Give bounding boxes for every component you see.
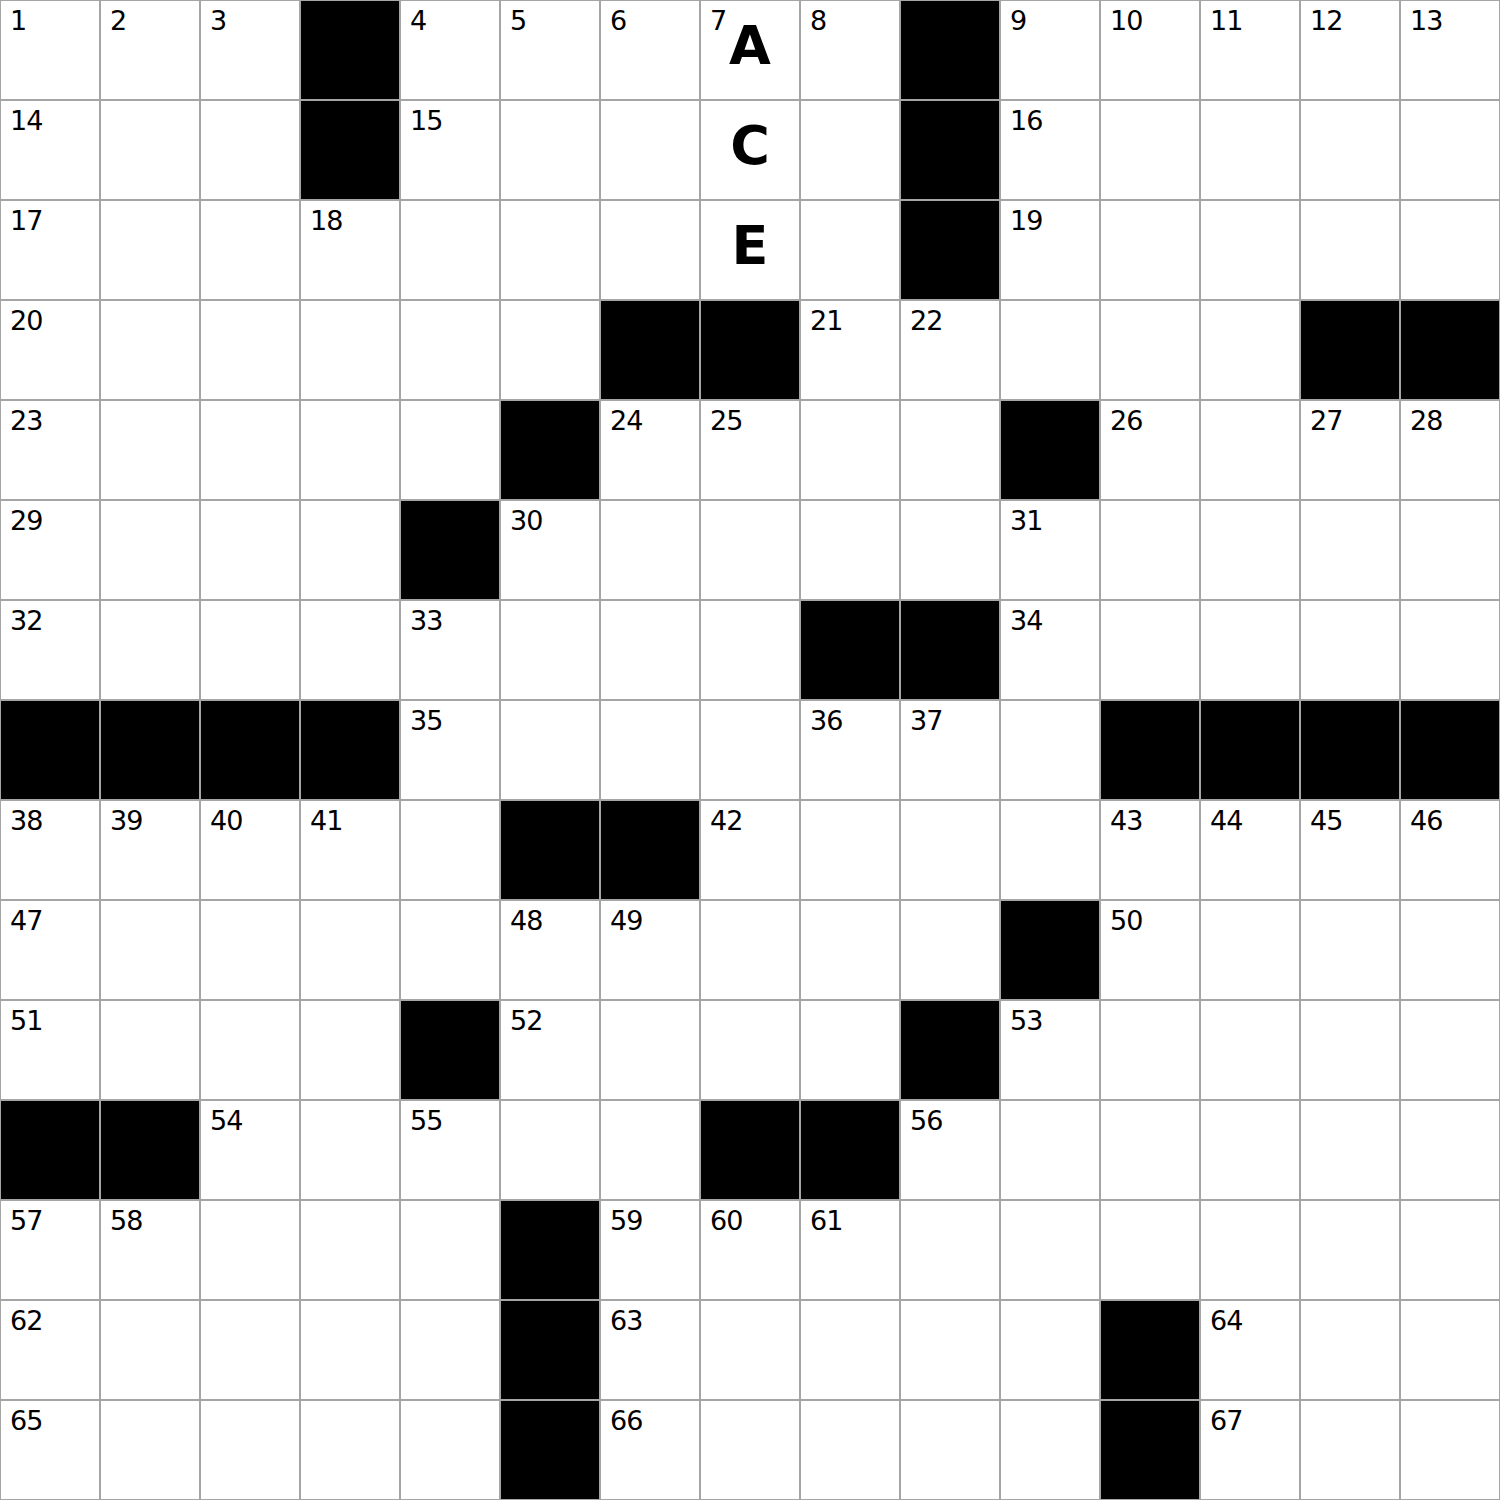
clue-number: 16 bbox=[1010, 106, 1042, 136]
cell-r7c3[interactable] bbox=[200, 600, 300, 700]
black-cell-r11c10 bbox=[900, 1000, 1000, 1100]
clue-number: 17 bbox=[10, 206, 42, 236]
cell-r6c1[interactable]: 29 bbox=[0, 500, 100, 600]
clue-number: 40 bbox=[210, 806, 242, 836]
cell-r3c2[interactable] bbox=[100, 200, 200, 300]
cell-r8c7[interactable] bbox=[600, 700, 700, 800]
cell-r8c5[interactable]: 35 bbox=[400, 700, 500, 800]
cell-r14c11[interactable] bbox=[1000, 1300, 1100, 1400]
cell-r7c12[interactable] bbox=[1100, 600, 1200, 700]
cell-r11c15[interactable] bbox=[1400, 1000, 1500, 1100]
cell-r15c10[interactable] bbox=[900, 1400, 1000, 1500]
cell-r12c5[interactable]: 55 bbox=[400, 1100, 500, 1200]
cell-r1c15[interactable]: 13 bbox=[1400, 0, 1500, 100]
cell-r2c12[interactable] bbox=[1100, 100, 1200, 200]
cell-r4c5[interactable] bbox=[400, 300, 500, 400]
cell-r2c6[interactable] bbox=[500, 100, 600, 200]
cell-r6c8[interactable] bbox=[700, 500, 800, 600]
black-cell-r8c2 bbox=[100, 700, 200, 800]
cell-r9c14[interactable]: 45 bbox=[1300, 800, 1400, 900]
clue-number: 55 bbox=[410, 1106, 442, 1136]
clue-number: 60 bbox=[710, 1206, 742, 1236]
cell-r10c5[interactable] bbox=[400, 900, 500, 1000]
cell-r7c14[interactable] bbox=[1300, 600, 1400, 700]
cell-r12c10[interactable]: 56 bbox=[900, 1100, 1000, 1200]
filled-letter: A bbox=[701, 1, 799, 99]
cell-r6c10[interactable] bbox=[900, 500, 1000, 600]
black-cell-r8c12 bbox=[1100, 700, 1200, 800]
cell-r6c9[interactable] bbox=[800, 500, 900, 600]
clue-number: 47 bbox=[10, 906, 42, 936]
black-cell-r8c4 bbox=[300, 700, 400, 800]
cell-r15c2[interactable] bbox=[100, 1400, 200, 1500]
cell-r13c2[interactable]: 58 bbox=[100, 1200, 200, 1300]
cell-r15c1[interactable]: 65 bbox=[0, 1400, 100, 1500]
black-cell-r8c3 bbox=[200, 700, 300, 800]
cell-r7c6[interactable] bbox=[500, 600, 600, 700]
cell-r9c11[interactable] bbox=[1000, 800, 1100, 900]
cell-r3c4[interactable]: 18 bbox=[300, 200, 400, 300]
cell-r3c8[interactable]: E bbox=[700, 200, 800, 300]
clue-number: 34 bbox=[1010, 606, 1042, 636]
cell-r1c1[interactable]: 1 bbox=[0, 0, 100, 100]
cell-r5c4[interactable] bbox=[300, 400, 400, 500]
cell-r11c14[interactable] bbox=[1300, 1000, 1400, 1100]
clue-number: 5 bbox=[510, 6, 526, 36]
clue-number: 43 bbox=[1110, 806, 1142, 836]
black-cell-r4c7 bbox=[600, 300, 700, 400]
cell-r7c13[interactable] bbox=[1200, 600, 1300, 700]
cell-r9c15[interactable]: 46 bbox=[1400, 800, 1500, 900]
cell-r4c12[interactable] bbox=[1100, 300, 1200, 400]
black-cell-r6c5 bbox=[400, 500, 500, 600]
cell-r10c4[interactable] bbox=[300, 900, 400, 1000]
clue-number: 3 bbox=[210, 6, 226, 36]
clue-number: 35 bbox=[410, 706, 442, 736]
cell-r10c9[interactable] bbox=[800, 900, 900, 1000]
cell-r11c11[interactable]: 53 bbox=[1000, 1000, 1100, 1100]
cell-r9c1[interactable]: 38 bbox=[0, 800, 100, 900]
cell-r2c7[interactable] bbox=[600, 100, 700, 200]
cell-r9c5[interactable] bbox=[400, 800, 500, 900]
clue-number: 2 bbox=[110, 6, 126, 36]
clue-number: 8 bbox=[810, 6, 826, 36]
clue-number: 32 bbox=[10, 606, 42, 636]
clue-number: 50 bbox=[1110, 906, 1142, 936]
cell-r5c7[interactable]: 24 bbox=[600, 400, 700, 500]
cell-r4c4[interactable] bbox=[300, 300, 400, 400]
cell-r5c1[interactable]: 23 bbox=[0, 400, 100, 500]
black-cell-r12c8 bbox=[700, 1100, 800, 1200]
black-cell-r10c11 bbox=[1000, 900, 1100, 1000]
cell-r15c5[interactable] bbox=[400, 1400, 500, 1500]
clue-number: 27 bbox=[1310, 406, 1342, 436]
cell-r11c13[interactable] bbox=[1200, 1000, 1300, 1100]
cell-r13c13[interactable] bbox=[1200, 1200, 1300, 1300]
cell-r15c9[interactable] bbox=[800, 1400, 900, 1500]
cell-r13c14[interactable] bbox=[1300, 1200, 1400, 1300]
cell-r14c8[interactable] bbox=[700, 1300, 800, 1400]
clue-number: 15 bbox=[410, 106, 442, 136]
cell-r12c3[interactable]: 54 bbox=[200, 1100, 300, 1200]
cell-r7c5[interactable]: 33 bbox=[400, 600, 500, 700]
cell-r4c1[interactable]: 20 bbox=[0, 300, 100, 400]
clue-number: 4 bbox=[410, 6, 426, 36]
cell-r13c8[interactable]: 60 bbox=[700, 1200, 800, 1300]
cell-r15c4[interactable] bbox=[300, 1400, 400, 1500]
cell-r13c3[interactable] bbox=[200, 1200, 300, 1300]
black-cell-r9c6 bbox=[500, 800, 600, 900]
cell-r9c2[interactable]: 39 bbox=[100, 800, 200, 900]
crossword-grid: 1234567A89101112131415C161718E1920212223… bbox=[0, 0, 1500, 1500]
cell-r14c14[interactable] bbox=[1300, 1300, 1400, 1400]
clue-number: 12 bbox=[1310, 6, 1342, 36]
cell-r1c11[interactable]: 9 bbox=[1000, 0, 1100, 100]
cell-r7c1[interactable]: 32 bbox=[0, 600, 100, 700]
black-cell-r5c11 bbox=[1000, 400, 1100, 500]
cell-r13c4[interactable] bbox=[300, 1200, 400, 1300]
cell-r10c6[interactable]: 48 bbox=[500, 900, 600, 1000]
cell-r9c10[interactable] bbox=[900, 800, 1000, 900]
clue-number: 9 bbox=[1010, 6, 1026, 36]
cell-r15c14[interactable] bbox=[1300, 1400, 1400, 1500]
clue-number: 58 bbox=[110, 1206, 142, 1236]
clue-number: 26 bbox=[1110, 406, 1142, 436]
cell-r2c14[interactable] bbox=[1300, 100, 1400, 200]
black-cell-r8c15 bbox=[1400, 700, 1500, 800]
cell-r8c6[interactable] bbox=[500, 700, 600, 800]
cell-r13c7[interactable]: 59 bbox=[600, 1200, 700, 1300]
clue-number: 13 bbox=[1410, 6, 1442, 36]
cell-r10c15[interactable] bbox=[1400, 900, 1500, 1000]
black-cell-r7c9 bbox=[800, 600, 900, 700]
cell-r1c5[interactable]: 4 bbox=[400, 0, 500, 100]
cell-r3c14[interactable] bbox=[1300, 200, 1400, 300]
clue-number: 46 bbox=[1410, 806, 1442, 836]
black-cell-r14c6 bbox=[500, 1300, 600, 1400]
black-cell-r12c9 bbox=[800, 1100, 900, 1200]
cell-r11c7[interactable] bbox=[600, 1000, 700, 1100]
clue-number: 21 bbox=[810, 306, 842, 336]
clue-number: 39 bbox=[110, 806, 142, 836]
clue-number: 23 bbox=[10, 406, 42, 436]
cell-r6c3[interactable] bbox=[200, 500, 300, 600]
cell-r2c11[interactable]: 16 bbox=[1000, 100, 1100, 200]
cell-r12c7[interactable] bbox=[600, 1100, 700, 1200]
cell-r3c11[interactable]: 19 bbox=[1000, 200, 1100, 300]
cell-r10c3[interactable] bbox=[200, 900, 300, 1000]
clue-number: 45 bbox=[1310, 806, 1342, 836]
cell-r6c6[interactable]: 30 bbox=[500, 500, 600, 600]
cell-r12c15[interactable] bbox=[1400, 1100, 1500, 1200]
cell-r1c3[interactable]: 3 bbox=[200, 0, 300, 100]
cell-r12c4[interactable] bbox=[300, 1100, 400, 1200]
cell-r14c9[interactable] bbox=[800, 1300, 900, 1400]
cell-r13c1[interactable]: 57 bbox=[0, 1200, 100, 1300]
cell-r3c6[interactable] bbox=[500, 200, 600, 300]
cell-r2c13[interactable] bbox=[1200, 100, 1300, 200]
black-cell-r11c5 bbox=[400, 1000, 500, 1100]
clue-number: 6 bbox=[610, 6, 626, 36]
cell-r15c13[interactable]: 67 bbox=[1200, 1400, 1300, 1500]
cell-r3c12[interactable] bbox=[1100, 200, 1200, 300]
clue-number: 33 bbox=[410, 606, 442, 636]
cell-r15c3[interactable] bbox=[200, 1400, 300, 1500]
clue-number: 56 bbox=[910, 1106, 942, 1136]
cell-r1c9[interactable]: 8 bbox=[800, 0, 900, 100]
clue-number: 31 bbox=[1010, 506, 1042, 536]
clue-number: 19 bbox=[1010, 206, 1042, 236]
clue-number: 44 bbox=[1210, 806, 1242, 836]
cell-r5c14[interactable]: 27 bbox=[1300, 400, 1400, 500]
clue-number: 37 bbox=[910, 706, 942, 736]
cell-r13c15[interactable] bbox=[1400, 1200, 1500, 1300]
clue-number: 38 bbox=[10, 806, 42, 836]
cell-r6c15[interactable] bbox=[1400, 500, 1500, 600]
cell-r14c13[interactable]: 64 bbox=[1200, 1300, 1300, 1400]
cell-r13c9[interactable]: 61 bbox=[800, 1200, 900, 1300]
cell-r10c2[interactable] bbox=[100, 900, 200, 1000]
cell-r14c15[interactable] bbox=[1400, 1300, 1500, 1400]
cell-r5c13[interactable] bbox=[1200, 400, 1300, 500]
cell-r5c3[interactable] bbox=[200, 400, 300, 500]
clue-number: 66 bbox=[610, 1406, 642, 1436]
cell-r2c9[interactable] bbox=[800, 100, 900, 200]
cell-r5c5[interactable] bbox=[400, 400, 500, 500]
clue-number: 52 bbox=[510, 1006, 542, 1036]
clue-number: 28 bbox=[1410, 406, 1442, 436]
clue-number: 1 bbox=[10, 6, 26, 36]
black-cell-r3c10 bbox=[900, 200, 1000, 300]
black-cell-r14c12 bbox=[1100, 1300, 1200, 1400]
cell-r12c14[interactable] bbox=[1300, 1100, 1400, 1200]
cell-r15c15[interactable] bbox=[1400, 1400, 1500, 1500]
cell-r2c8[interactable]: C bbox=[700, 100, 800, 200]
cell-r3c15[interactable] bbox=[1400, 200, 1500, 300]
cell-r1c8[interactable]: 7A bbox=[700, 0, 800, 100]
cell-r2c2[interactable] bbox=[100, 100, 200, 200]
black-cell-r1c4 bbox=[300, 0, 400, 100]
clue-number: 48 bbox=[510, 906, 542, 936]
clue-number: 49 bbox=[610, 906, 642, 936]
cell-r10c1[interactable]: 47 bbox=[0, 900, 100, 1000]
cell-r4c2[interactable] bbox=[100, 300, 200, 400]
clue-number: 63 bbox=[610, 1306, 642, 1336]
cell-r7c7[interactable] bbox=[600, 600, 700, 700]
cell-r13c5[interactable] bbox=[400, 1200, 500, 1300]
cell-r12c12[interactable] bbox=[1100, 1100, 1200, 1200]
cell-r15c7[interactable]: 66 bbox=[600, 1400, 700, 1500]
cell-r12c11[interactable] bbox=[1000, 1100, 1100, 1200]
cell-r15c11[interactable] bbox=[1000, 1400, 1100, 1500]
cell-r14c5[interactable] bbox=[400, 1300, 500, 1400]
clue-number: 67 bbox=[1210, 1406, 1242, 1436]
cell-r7c4[interactable] bbox=[300, 600, 400, 700]
black-cell-r1c10 bbox=[900, 0, 1000, 100]
cell-r8c9[interactable]: 36 bbox=[800, 700, 900, 800]
black-cell-r8c13 bbox=[1200, 700, 1300, 800]
cell-r1c2[interactable]: 2 bbox=[100, 0, 200, 100]
cell-r14c7[interactable]: 63 bbox=[600, 1300, 700, 1400]
cell-r10c8[interactable] bbox=[700, 900, 800, 1000]
cell-r9c8[interactable]: 42 bbox=[700, 800, 800, 900]
cell-r4c6[interactable] bbox=[500, 300, 600, 400]
cell-r5c2[interactable] bbox=[100, 400, 200, 500]
cell-r1c12[interactable]: 10 bbox=[1100, 0, 1200, 100]
cell-r13c10[interactable] bbox=[900, 1200, 1000, 1300]
filled-letter: E bbox=[701, 201, 799, 299]
cell-r6c2[interactable] bbox=[100, 500, 200, 600]
black-cell-r2c10 bbox=[900, 100, 1000, 200]
clue-number: 59 bbox=[610, 1206, 642, 1236]
clue-number: 57 bbox=[10, 1206, 42, 1236]
cell-r5c8[interactable]: 25 bbox=[700, 400, 800, 500]
cell-r1c14[interactable]: 12 bbox=[1300, 0, 1400, 100]
clue-number: 61 bbox=[810, 1206, 842, 1236]
cell-r12c13[interactable] bbox=[1200, 1100, 1300, 1200]
cell-r8c11[interactable] bbox=[1000, 700, 1100, 800]
cell-r10c7[interactable]: 49 bbox=[600, 900, 700, 1000]
cell-r13c12[interactable] bbox=[1100, 1200, 1200, 1300]
filled-letter: C bbox=[701, 101, 799, 199]
cell-r8c10[interactable]: 37 bbox=[900, 700, 1000, 800]
clue-number: 65 bbox=[10, 1406, 42, 1436]
cell-r5c12[interactable]: 26 bbox=[1100, 400, 1200, 500]
black-cell-r2c4 bbox=[300, 100, 400, 200]
clue-number: 30 bbox=[510, 506, 542, 536]
black-cell-r8c1 bbox=[0, 700, 100, 800]
cell-r5c15[interactable]: 28 bbox=[1400, 400, 1500, 500]
cell-r2c3[interactable] bbox=[200, 100, 300, 200]
black-cell-r15c6 bbox=[500, 1400, 600, 1500]
cell-r8c8[interactable] bbox=[700, 700, 800, 800]
cell-r11c12[interactable] bbox=[1100, 1000, 1200, 1100]
clue-number: 11 bbox=[1210, 6, 1242, 36]
cell-r9c3[interactable]: 40 bbox=[200, 800, 300, 900]
cell-r2c5[interactable]: 15 bbox=[400, 100, 500, 200]
black-cell-r8c14 bbox=[1300, 700, 1400, 800]
black-cell-r12c1 bbox=[0, 1100, 100, 1200]
cell-r11c4[interactable] bbox=[300, 1000, 400, 1100]
cell-r10c12[interactable]: 50 bbox=[1100, 900, 1200, 1000]
cell-r11c9[interactable] bbox=[800, 1000, 900, 1100]
cell-r7c8[interactable] bbox=[700, 600, 800, 700]
cell-r3c5[interactable] bbox=[400, 200, 500, 300]
cell-r7c15[interactable] bbox=[1400, 600, 1500, 700]
clue-number: 42 bbox=[710, 806, 742, 836]
cell-r14c2[interactable] bbox=[100, 1300, 200, 1400]
black-cell-r12c2 bbox=[100, 1100, 200, 1200]
cell-r2c15[interactable] bbox=[1400, 100, 1500, 200]
clue-number: 51 bbox=[10, 1006, 42, 1036]
cell-r4c3[interactable] bbox=[200, 300, 300, 400]
clue-number: 24 bbox=[610, 406, 642, 436]
cell-r14c1[interactable]: 62 bbox=[0, 1300, 100, 1400]
cell-r14c3[interactable] bbox=[200, 1300, 300, 1400]
cell-r15c8[interactable] bbox=[700, 1400, 800, 1500]
cell-r7c11[interactable]: 34 bbox=[1000, 600, 1100, 700]
cell-r3c9[interactable] bbox=[800, 200, 900, 300]
cell-r6c12[interactable] bbox=[1100, 500, 1200, 600]
cell-r4c10[interactable]: 22 bbox=[900, 300, 1000, 400]
black-cell-r4c8 bbox=[700, 300, 800, 400]
clue-number: 53 bbox=[1010, 1006, 1042, 1036]
cell-r6c11[interactable]: 31 bbox=[1000, 500, 1100, 600]
cell-r6c13[interactable] bbox=[1200, 500, 1300, 600]
cell-r9c9[interactable] bbox=[800, 800, 900, 900]
clue-number: 25 bbox=[710, 406, 742, 436]
cell-r6c14[interactable] bbox=[1300, 500, 1400, 600]
cell-r4c11[interactable] bbox=[1000, 300, 1100, 400]
cell-r4c13[interactable] bbox=[1200, 300, 1300, 400]
cell-r3c13[interactable] bbox=[1200, 200, 1300, 300]
cell-r14c10[interactable] bbox=[900, 1300, 1000, 1400]
clue-number: 29 bbox=[10, 506, 42, 536]
cell-r10c13[interactable] bbox=[1200, 900, 1300, 1000]
cell-r2c1[interactable]: 14 bbox=[0, 100, 100, 200]
cell-r6c7[interactable] bbox=[600, 500, 700, 600]
cell-r5c10[interactable] bbox=[900, 400, 1000, 500]
cell-r4c9[interactable]: 21 bbox=[800, 300, 900, 400]
cell-r11c8[interactable] bbox=[700, 1000, 800, 1100]
cell-r10c14[interactable] bbox=[1300, 900, 1400, 1000]
cell-r13c11[interactable] bbox=[1000, 1200, 1100, 1300]
black-cell-r7c10 bbox=[900, 600, 1000, 700]
black-cell-r4c15 bbox=[1400, 300, 1500, 400]
black-cell-r4c14 bbox=[1300, 300, 1400, 400]
cell-r10c10[interactable] bbox=[900, 900, 1000, 1000]
clue-number: 41 bbox=[310, 806, 342, 836]
clue-number: 64 bbox=[1210, 1306, 1242, 1336]
black-cell-r5c6 bbox=[500, 400, 600, 500]
cell-r9c12[interactable]: 43 bbox=[1100, 800, 1200, 900]
cell-r11c1[interactable]: 51 bbox=[0, 1000, 100, 1100]
clue-number: 36 bbox=[810, 706, 842, 736]
cell-r1c7[interactable]: 6 bbox=[600, 0, 700, 100]
clue-number: 10 bbox=[1110, 6, 1142, 36]
clue-number: 20 bbox=[10, 306, 42, 336]
clue-number: 62 bbox=[10, 1306, 42, 1336]
cell-r1c6[interactable]: 5 bbox=[500, 0, 600, 100]
cell-r5c9[interactable] bbox=[800, 400, 900, 500]
clue-number: 22 bbox=[910, 306, 942, 336]
cell-r9c13[interactable]: 44 bbox=[1200, 800, 1300, 900]
cell-r6c4[interactable] bbox=[300, 500, 400, 600]
cell-r11c6[interactable]: 52 bbox=[500, 1000, 600, 1100]
clue-number: 18 bbox=[310, 206, 342, 236]
clue-number: 14 bbox=[10, 106, 42, 136]
cell-r7c2[interactable] bbox=[100, 600, 200, 700]
cell-r11c2[interactable] bbox=[100, 1000, 200, 1100]
clue-number: 54 bbox=[210, 1106, 242, 1136]
cell-r12c6[interactable] bbox=[500, 1100, 600, 1200]
cell-r9c4[interactable]: 41 bbox=[300, 800, 400, 900]
cell-r1c13[interactable]: 11 bbox=[1200, 0, 1300, 100]
cell-r3c3[interactable] bbox=[200, 200, 300, 300]
black-cell-r13c6 bbox=[500, 1200, 600, 1300]
cell-r11c3[interactable] bbox=[200, 1000, 300, 1100]
black-cell-r15c12 bbox=[1100, 1400, 1200, 1500]
black-cell-r9c7 bbox=[600, 800, 700, 900]
cell-r3c7[interactable] bbox=[600, 200, 700, 300]
cell-r3c1[interactable]: 17 bbox=[0, 200, 100, 300]
cell-r14c4[interactable] bbox=[300, 1300, 400, 1400]
